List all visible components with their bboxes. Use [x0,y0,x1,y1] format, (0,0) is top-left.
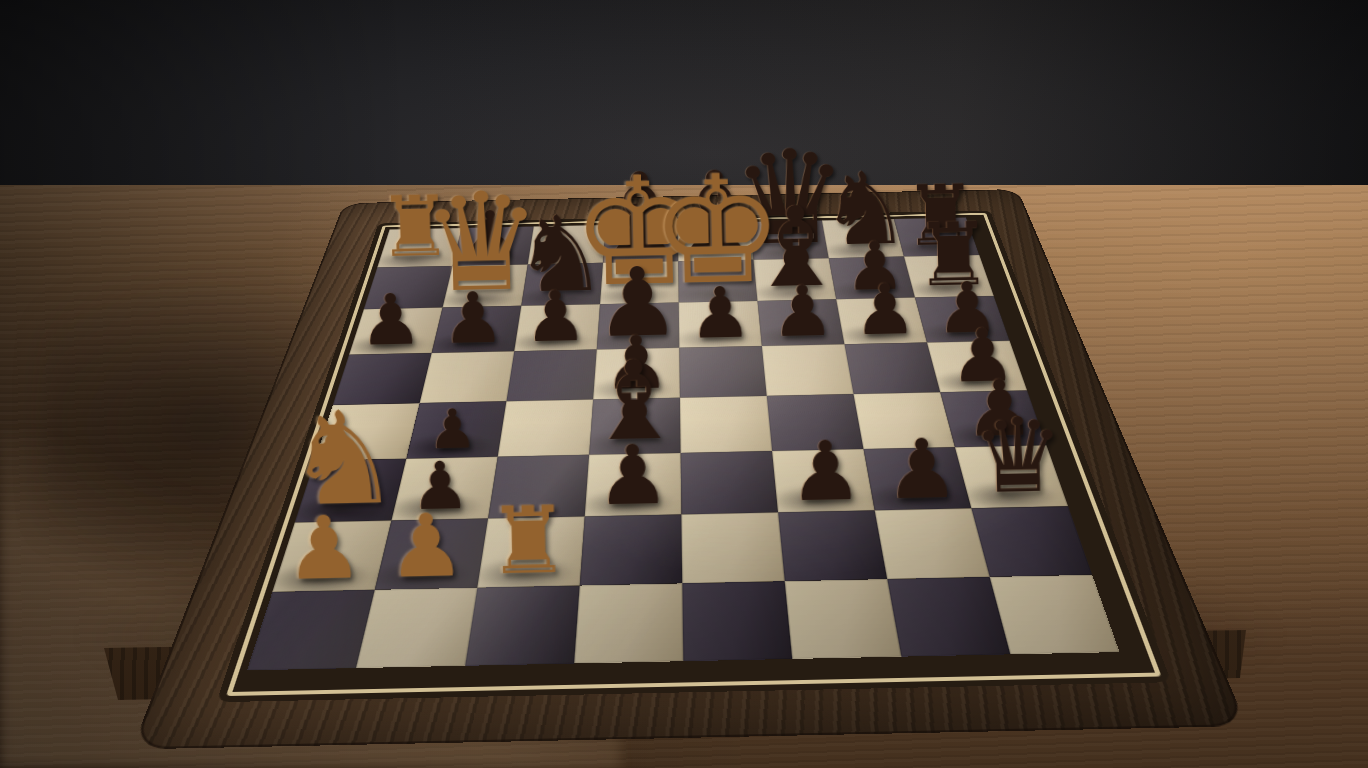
square-b5[interactable] [420,351,515,403]
square-a1[interactable] [247,590,375,671]
square-c2[interactable]: ♜ [477,516,584,587]
square-c1[interactable] [465,586,580,666]
piece-white-rook-c2[interactable]: ♜ [486,497,571,584]
square-f3[interactable]: ♟ [772,449,875,512]
square-b6[interactable]: ♟ [432,306,522,353]
chess-board: ♜♟♝♝♛♞♜♛♞♚♚♝♟♜♟♟♟♟♟♟♟♟♟♟♟♝♟♞♟♟♟♟♛♟♟♜ [132,189,1248,749]
square-e2[interactable] [681,512,784,583]
square-e6[interactable]: ♟ [679,301,762,348]
board-squares: ♜♟♝♝♛♞♜♛♞♚♚♝♟♜♟♟♟♟♟♟♟♟♟♟♟♝♟♞♟♟♟♟♛♟♟♜ [247,218,1120,671]
square-e3[interactable] [681,451,778,514]
square-d3[interactable]: ♟ [585,453,682,517]
square-f2[interactable] [778,510,887,581]
piece-white-pawn-a2[interactable]: ♟ [284,507,364,589]
square-g6[interactable]: ♟ [836,298,927,345]
square-g2[interactable] [875,508,990,579]
square-a2[interactable]: ♟ [272,521,391,592]
square-d1[interactable] [574,583,683,663]
scene-photo: { "game": "chess", "scene": { "descripti… [0,0,1368,768]
square-a6[interactable]: ♟ [349,307,442,354]
piece-black-pawn-b6[interactable]: ♟ [441,285,505,351]
board-frame-inlay: ♜♟♝♝♛♞♜♛♞♚♚♝♟♜♟♟♟♟♟♟♟♟♟♟♟♝♟♞♟♟♟♟♛♟♟♜ [226,213,1162,696]
square-h3[interactable]: ♛ [955,445,1068,508]
piece-black-pawn-f3[interactable]: ♟ [788,432,863,509]
square-f1[interactable] [785,579,902,659]
square-b1[interactable] [356,588,477,668]
square-e1[interactable] [682,581,792,661]
square-e4[interactable] [680,396,772,453]
piece-black-pawn-c6[interactable]: ♟ [523,283,587,349]
square-f5[interactable] [762,344,854,396]
piece-white-pawn-b2[interactable]: ♟ [386,505,466,587]
piece-black-pawn-f6[interactable]: ♟ [770,278,834,344]
square-g5[interactable] [844,343,940,394]
piece-black-pawn-d3[interactable]: ♟ [595,436,670,513]
piece-black-queen-h3[interactable]: ♛ [971,409,1065,506]
square-f6[interactable]: ♟ [758,299,845,346]
piece-black-pawn-e6[interactable]: ♟ [688,280,752,346]
square-h2[interactable] [971,506,1092,577]
square-e5[interactable] [679,346,766,398]
square-h1[interactable] [990,575,1120,655]
piece-black-pawn-g6[interactable]: ♟ [853,276,917,342]
square-d2[interactable] [580,514,682,585]
piece-black-pawn-a6[interactable]: ♟ [358,287,422,353]
square-g3[interactable]: ♟ [864,447,972,510]
piece-black-pawn-g3[interactable]: ♟ [884,430,959,507]
chess-board-scene: ♜♟♝♝♛♞♜♛♞♚♚♝♟♜♟♟♟♟♟♟♟♟♟♟♟♝♟♞♟♟♟♟♛♟♟♜ [0,0,1368,768]
